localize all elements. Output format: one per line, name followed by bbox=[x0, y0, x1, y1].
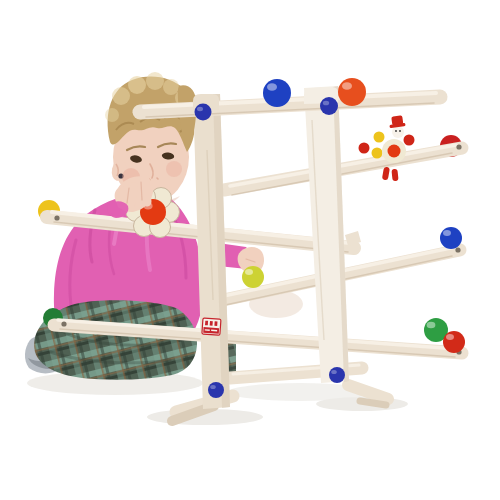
ramp-2-top-surface bbox=[230, 145, 456, 186]
ball-blue-top bbox=[263, 79, 291, 107]
photo-canvas: Toddler in a bright pink sweater kneelin… bbox=[0, 0, 500, 500]
bottom-peg-right bbox=[329, 367, 345, 383]
ramp-2-under-edge bbox=[232, 153, 452, 195]
right-foot-plank-2 bbox=[360, 401, 386, 405]
top-peg-right bbox=[320, 97, 338, 115]
ball-orange-red-top bbox=[338, 78, 366, 106]
top-peg-left bbox=[195, 104, 212, 121]
brand-sticker bbox=[202, 318, 221, 335]
frame-posts bbox=[193, 86, 361, 409]
ball-blue-ramp4 bbox=[440, 227, 462, 249]
ramp-2-upper bbox=[224, 148, 462, 190]
scene-marble-run-photo: Toddler in a bright pink sweater kneelin… bbox=[0, 0, 500, 500]
child-right-cheek-blush bbox=[166, 161, 182, 177]
ball-red-bottom bbox=[443, 331, 465, 353]
bottom-peg-left bbox=[208, 382, 224, 398]
clown-wheel-hub-center bbox=[388, 145, 401, 158]
ball-yellow-green bbox=[242, 266, 264, 288]
